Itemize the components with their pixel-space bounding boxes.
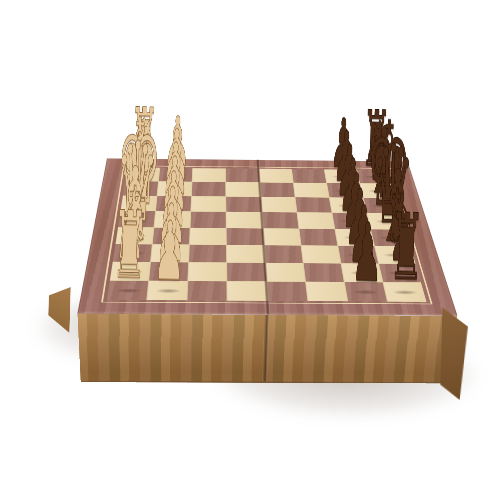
product-photo: ♜♟♟♜♞♟♟♞♝♟♟♝♚♟♟♚♛♟♟♛♝♟♟♝♞♟♟♞♜♟♟♜	[0, 0, 500, 500]
perspective-wrapper: ♜♟♟♜♞♟♟♞♝♟♟♝♚♟♟♚♛♟♟♛♝♟♟♝♞♟♟♞♜♟♟♜	[90, 56, 435, 401]
piece-glyph-bR: ♜	[388, 202, 425, 295]
board-front-edge	[77, 314, 457, 384]
piece-wR: ♜	[107, 280, 149, 300]
piece-layer: ♜♟♟♜♞♟♟♞♝♟♟♝♚♟♟♚♛♟♟♛♝♟♟♝♞♟♟♞♜♟♟♜	[77, 158, 457, 315]
piece-glyph-wP: ♟	[153, 211, 186, 293]
photo-stage: ♜♟♟♜♞♟♟♞♝♟♟♝♚♟♟♚♛♟♟♛♝♟♟♝♞♟♟♞♜♟♟♜	[0, 0, 500, 500]
piece-wP: ♟	[147, 280, 188, 300]
fold-seam-front	[263, 315, 270, 382]
piece-glyph-bP: ♟	[350, 213, 383, 295]
piece-bP: ♟	[344, 282, 387, 302]
piece-glyph-wR: ♜	[111, 199, 149, 293]
chessboard: ♜♟♟♜♞♟♟♞♝♟♟♝♚♟♟♚♛♟♟♛♝♟♟♝♞♟♟♞♜♟♟♜	[77, 158, 457, 315]
piece-bR: ♜	[383, 282, 427, 302]
